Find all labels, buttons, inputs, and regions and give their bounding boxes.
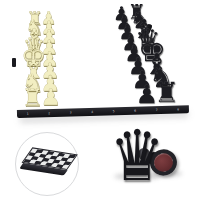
- product-photo: 12345678 ♜♟♟♜♞♟♟♞♝♟♟♝♛♟♟♛♚♟♟♚♝♟♟♝♞♟♟♞♜♟♟…: [0, 0, 200, 200]
- black-queen-piece: ♛: [106, 121, 168, 191]
- piece-closeup: ♛: [0, 0, 200, 200]
